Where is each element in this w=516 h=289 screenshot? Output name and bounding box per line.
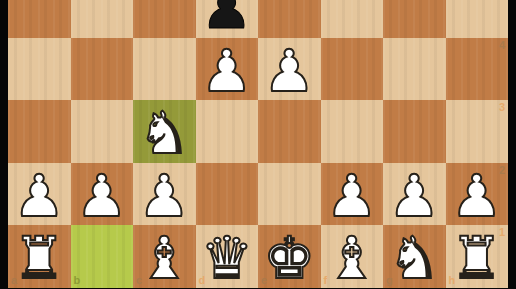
- piece-white-bishop[interactable]: ♝: [321, 227, 384, 289]
- square-f5[interactable]: [321, 0, 384, 38]
- piece-white-pawn[interactable]: ♟: [8, 165, 71, 228]
- piece-white-rook[interactable]: ♜: [8, 227, 71, 289]
- file-label-a: a: [11, 275, 17, 286]
- square-g3[interactable]: [383, 100, 446, 163]
- square-b3[interactable]: [71, 100, 134, 163]
- rank-label-4: 4: [499, 40, 505, 51]
- square-a3[interactable]: [8, 100, 71, 163]
- square-g5[interactable]: [383, 0, 446, 38]
- letterbox-bar-left: [0, 0, 8, 289]
- file-label-h: h: [449, 275, 456, 286]
- square-d2[interactable]: [196, 163, 259, 226]
- square-e4[interactable]: ♟: [258, 38, 321, 101]
- square-c2[interactable]: ♟: [133, 163, 196, 226]
- square-e1[interactable]: ♚e: [258, 225, 321, 288]
- square-f3[interactable]: [321, 100, 384, 163]
- square-f2[interactable]: ♟: [321, 163, 384, 226]
- file-label-f: f: [324, 275, 328, 286]
- square-d1[interactable]: ♛d: [196, 225, 259, 288]
- square-h5[interactable]: 5: [446, 0, 509, 38]
- piece-white-knight[interactable]: ♞: [133, 102, 196, 165]
- file-label-d: d: [199, 275, 206, 286]
- piece-white-pawn[interactable]: ♟: [71, 165, 134, 228]
- file-label-c: c: [136, 275, 142, 286]
- square-g1[interactable]: ♞g: [383, 225, 446, 288]
- square-g4[interactable]: [383, 38, 446, 101]
- file-label-e: e: [261, 275, 267, 286]
- square-h2[interactable]: ♟2: [446, 163, 509, 226]
- square-a5[interactable]: [8, 0, 71, 38]
- piece-white-pawn[interactable]: ♟: [258, 40, 321, 103]
- square-c4[interactable]: [133, 38, 196, 101]
- square-g2[interactable]: ♟: [383, 163, 446, 226]
- square-c5[interactable]: [133, 0, 196, 38]
- square-a1[interactable]: ♜a: [8, 225, 71, 288]
- file-label-g: g: [386, 275, 393, 286]
- piece-black-pawn[interactable]: ♟: [196, 0, 259, 40]
- square-c3[interactable]: ♞: [133, 100, 196, 163]
- chess-board: ♟5♟♟4♞3♟♟♟♟♟♟2♜ab♝c♛d♚e♝f♞g♜h1: [8, 0, 508, 288]
- chess-video-frame: ♟5♟♟4♞3♟♟♟♟♟♟2♜ab♝c♛d♚e♝f♞g♜h1: [0, 0, 516, 289]
- square-h1[interactable]: ♜h1: [446, 225, 509, 288]
- file-label-b: b: [74, 275, 81, 286]
- piece-white-king[interactable]: ♚: [258, 227, 321, 289]
- rank-label-2: 2: [499, 165, 505, 176]
- square-d3[interactable]: [196, 100, 259, 163]
- square-f4[interactable]: [321, 38, 384, 101]
- square-b2[interactable]: ♟: [71, 163, 134, 226]
- piece-white-bishop[interactable]: ♝: [133, 227, 196, 289]
- square-b1[interactable]: b: [71, 225, 134, 288]
- square-h4[interactable]: 4: [446, 38, 509, 101]
- rank-label-3: 3: [499, 102, 505, 113]
- square-a2[interactable]: ♟: [8, 163, 71, 226]
- square-e3[interactable]: [258, 100, 321, 163]
- square-d4[interactable]: ♟: [196, 38, 259, 101]
- letterbox-bar-right: [508, 0, 516, 289]
- rank-label-1: 1: [499, 227, 505, 238]
- square-h3[interactable]: 3: [446, 100, 509, 163]
- square-f1[interactable]: ♝f: [321, 225, 384, 288]
- piece-white-pawn[interactable]: ♟: [196, 40, 259, 103]
- square-e5[interactable]: [258, 0, 321, 38]
- piece-white-pawn[interactable]: ♟: [321, 165, 384, 228]
- piece-white-pawn[interactable]: ♟: [383, 165, 446, 228]
- square-a4[interactable]: [8, 38, 71, 101]
- square-d5[interactable]: ♟: [196, 0, 259, 38]
- square-b4[interactable]: [71, 38, 134, 101]
- piece-white-pawn[interactable]: ♟: [133, 165, 196, 228]
- square-b5[interactable]: [71, 0, 134, 38]
- square-c1[interactable]: ♝c: [133, 225, 196, 288]
- square-e2[interactable]: [258, 163, 321, 226]
